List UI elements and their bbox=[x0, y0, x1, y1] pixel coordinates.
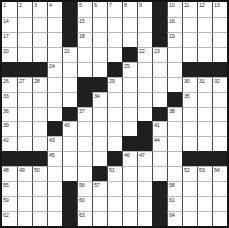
cell-r13c12[interactable]: 58 bbox=[167, 181, 182, 196]
crossword-board: 1234567891011121314151617181920212223242… bbox=[0, 0, 229, 228]
clue-number-10: 10 bbox=[169, 2, 175, 8]
cell-r5c11[interactable] bbox=[152, 62, 167, 77]
clue-number-1: 1 bbox=[3, 2, 6, 8]
cell-r10c8[interactable] bbox=[107, 136, 122, 151]
cell-r9c9[interactable] bbox=[122, 121, 137, 136]
clue-number-45: 45 bbox=[49, 152, 55, 158]
cell-r4c12[interactable] bbox=[167, 47, 182, 62]
clue-number-11: 11 bbox=[184, 2, 189, 8]
cell-r12c11[interactable] bbox=[152, 166, 167, 181]
black-cell-r6c7 bbox=[92, 77, 107, 92]
cell-r15c10[interactable] bbox=[137, 211, 152, 226]
cell-r4c11[interactable]: 23 bbox=[152, 47, 167, 62]
clue-number-30: 30 bbox=[184, 78, 190, 84]
cell-r3c12[interactable]: 19 bbox=[167, 32, 182, 47]
cell-r10c7[interactable] bbox=[92, 136, 107, 151]
cell-r10c12[interactable] bbox=[167, 136, 182, 151]
cell-r9c5[interactable]: 40 bbox=[62, 121, 77, 136]
cell-r2c8[interactable] bbox=[107, 17, 122, 32]
cell-r3c8[interactable] bbox=[107, 32, 122, 47]
cell-r7c13[interactable]: 35 bbox=[182, 92, 197, 107]
clue-number-53: 53 bbox=[199, 167, 205, 173]
cell-r13c3[interactable] bbox=[32, 181, 47, 196]
black-cell-r5c2 bbox=[17, 62, 32, 77]
clue-number-29: 29 bbox=[109, 78, 115, 84]
cell-r15c12[interactable]: 64 bbox=[167, 211, 182, 226]
cell-r15c13[interactable] bbox=[182, 211, 197, 226]
black-cell-r13c11 bbox=[152, 181, 167, 196]
cell-r1c12[interactable]: 10 bbox=[167, 2, 182, 17]
cell-r12c14[interactable]: 53 bbox=[197, 166, 212, 181]
clue-number-61: 61 bbox=[169, 197, 175, 203]
cell-r13c13[interactable] bbox=[182, 181, 197, 196]
cell-r12c1[interactable]: 48 bbox=[2, 166, 17, 181]
cell-r7c11[interactable] bbox=[152, 92, 167, 107]
clue-number-40: 40 bbox=[64, 122, 70, 128]
clue-number-64: 64 bbox=[169, 212, 175, 218]
black-cell-r9c10 bbox=[137, 121, 152, 136]
clue-number-42: 42 bbox=[3, 137, 9, 143]
clue-number-50: 50 bbox=[34, 167, 40, 173]
cell-r6c12[interactable] bbox=[167, 77, 182, 92]
clue-number-24: 24 bbox=[49, 63, 55, 69]
clue-number-15: 15 bbox=[79, 18, 85, 24]
cell-r12c15[interactable]: 54 bbox=[212, 166, 227, 181]
cell-r11c9[interactable]: 46 bbox=[122, 151, 137, 166]
clue-number-51: 51 bbox=[109, 167, 115, 173]
cell-r15c4[interactable] bbox=[47, 211, 62, 226]
clue-number-58: 58 bbox=[169, 182, 175, 188]
clue-number-57: 57 bbox=[94, 182, 100, 188]
cell-r7c15[interactable] bbox=[212, 92, 227, 107]
clue-number-63: 63 bbox=[79, 212, 85, 218]
cell-r8c3[interactable] bbox=[32, 107, 47, 122]
cell-r2c10[interactable] bbox=[137, 17, 152, 32]
cell-r14c12[interactable]: 61 bbox=[167, 196, 182, 211]
clue-number-6: 6 bbox=[94, 2, 97, 8]
black-cell-r9c4 bbox=[47, 121, 62, 136]
clue-number-38: 38 bbox=[169, 108, 175, 114]
clue-number-62: 62 bbox=[3, 212, 9, 218]
cell-r8c9[interactable] bbox=[122, 107, 137, 122]
clue-number-21: 21 bbox=[64, 48, 70, 54]
clue-number-26: 26 bbox=[3, 78, 9, 84]
cell-r14c8[interactable] bbox=[107, 196, 122, 211]
cell-r9c7[interactable] bbox=[92, 121, 107, 136]
clue-number-8: 8 bbox=[124, 2, 127, 8]
cell-r1c2[interactable]: 2 bbox=[17, 2, 32, 17]
cell-r9c13[interactable] bbox=[182, 121, 197, 136]
cell-r15c7[interactable] bbox=[92, 211, 107, 226]
cell-r9c1[interactable]: 39 bbox=[2, 121, 17, 136]
clue-number-36: 36 bbox=[3, 108, 9, 114]
clue-number-14: 14 bbox=[3, 18, 9, 24]
cell-r3c2[interactable] bbox=[17, 32, 32, 47]
cell-r11c6[interactable] bbox=[77, 151, 92, 166]
black-cell-r1c5 bbox=[62, 2, 77, 17]
cell-r3c13[interactable] bbox=[182, 32, 197, 47]
black-cell-r13c5 bbox=[62, 181, 77, 196]
cell-r5c7[interactable] bbox=[92, 62, 107, 77]
clue-number-23: 23 bbox=[154, 48, 160, 54]
cell-r15c15[interactable] bbox=[212, 211, 227, 226]
clue-number-7: 7 bbox=[109, 2, 112, 8]
cell-r10c15[interactable] bbox=[212, 136, 227, 151]
clue-number-59: 59 bbox=[3, 197, 9, 203]
black-cell-r6c6 bbox=[77, 77, 92, 92]
black-cell-r2c11 bbox=[152, 17, 167, 32]
cell-r14c9[interactable] bbox=[122, 196, 137, 211]
cell-r5c10[interactable] bbox=[137, 62, 152, 77]
cell-r11c10[interactable]: 47 bbox=[137, 151, 152, 166]
cell-r2c2[interactable] bbox=[17, 17, 32, 32]
cell-r4c1[interactable]: 20 bbox=[2, 47, 17, 62]
cell-r8c6[interactable]: 37 bbox=[77, 107, 92, 122]
cell-r5c9[interactable]: 25 bbox=[122, 62, 137, 77]
black-cell-r11c8 bbox=[107, 151, 122, 166]
cell-r2c13[interactable] bbox=[182, 17, 197, 32]
cell-r7c7[interactable]: 34 bbox=[92, 92, 107, 107]
cell-r9c3[interactable] bbox=[32, 121, 47, 136]
cell-r2c12[interactable]: 16 bbox=[167, 17, 182, 32]
cell-r6c9[interactable] bbox=[122, 77, 137, 92]
clue-number-37: 37 bbox=[79, 108, 85, 114]
clue-number-33: 33 bbox=[3, 93, 9, 99]
cell-r8c10[interactable] bbox=[137, 107, 152, 122]
cell-r4c4[interactable] bbox=[47, 47, 62, 62]
clue-number-31: 31 bbox=[199, 78, 205, 84]
black-cell-r5c14 bbox=[197, 62, 212, 77]
cell-r12c5[interactable] bbox=[62, 166, 77, 181]
black-cell-r11c1 bbox=[2, 151, 17, 166]
cell-r5c4[interactable]: 24 bbox=[47, 62, 62, 77]
cell-r4c6[interactable] bbox=[77, 47, 92, 62]
cell-r14c2[interactable] bbox=[17, 196, 32, 211]
cell-r3c10[interactable] bbox=[137, 32, 152, 47]
clue-number-3: 3 bbox=[34, 2, 37, 8]
clue-number-22: 22 bbox=[139, 48, 145, 54]
cell-r4c14[interactable] bbox=[197, 47, 212, 62]
cell-r4c2[interactable] bbox=[17, 47, 32, 62]
black-cell-r3c5 bbox=[62, 32, 77, 47]
clue-number-32: 32 bbox=[214, 78, 220, 84]
cell-r7c3[interactable] bbox=[32, 92, 47, 107]
cell-r3c15[interactable] bbox=[212, 32, 227, 47]
cell-r13c8[interactable] bbox=[107, 181, 122, 196]
cell-r15c3[interactable] bbox=[32, 211, 47, 226]
cell-r5c12[interactable] bbox=[167, 62, 182, 77]
black-cell-r15c11 bbox=[152, 211, 167, 226]
cell-r13c1[interactable]: 55 bbox=[2, 181, 17, 196]
cell-r2c9[interactable] bbox=[122, 17, 137, 32]
clue-number-5: 5 bbox=[79, 2, 82, 8]
cell-r2c15[interactable] bbox=[212, 17, 227, 32]
cell-r13c2[interactable] bbox=[17, 181, 32, 196]
cell-r4c15[interactable] bbox=[212, 47, 227, 62]
cell-r1c8[interactable]: 7 bbox=[107, 2, 122, 17]
cell-r12c3[interactable]: 50 bbox=[32, 166, 47, 181]
cell-r6c13[interactable]: 30 bbox=[182, 77, 197, 92]
cell-r13c9[interactable] bbox=[122, 181, 137, 196]
clue-number-49: 49 bbox=[19, 167, 25, 173]
cell-r1c1[interactable]: 1 bbox=[2, 2, 17, 17]
clue-number-60: 60 bbox=[79, 197, 85, 203]
clue-number-34: 34 bbox=[94, 93, 100, 99]
black-cell-r11c13 bbox=[182, 151, 197, 166]
black-cell-r3c11 bbox=[152, 32, 167, 47]
cell-r12c4[interactable] bbox=[47, 166, 62, 181]
cell-r9c14[interactable] bbox=[197, 121, 212, 136]
cell-r14c1[interactable]: 59 bbox=[2, 196, 17, 211]
cell-r6c14[interactable]: 31 bbox=[197, 77, 212, 92]
black-cell-r11c14 bbox=[197, 151, 212, 166]
cell-r7c14[interactable] bbox=[197, 92, 212, 107]
cell-r10c14[interactable] bbox=[197, 136, 212, 151]
cell-r8c14[interactable] bbox=[197, 107, 212, 122]
cell-r11c4[interactable]: 45 bbox=[47, 151, 62, 166]
cell-r10c1[interactable]: 42 bbox=[2, 136, 17, 151]
cell-r6c3[interactable]: 28 bbox=[32, 77, 47, 92]
cell-r2c6[interactable]: 15 bbox=[77, 17, 92, 32]
black-cell-r12c7 bbox=[92, 166, 107, 181]
clue-number-46: 46 bbox=[124, 152, 130, 158]
cell-r11c12[interactable] bbox=[167, 151, 182, 166]
cell-r5c5[interactable] bbox=[62, 62, 77, 77]
black-cell-r1c11 bbox=[152, 2, 167, 17]
cell-r2c4[interactable] bbox=[47, 17, 62, 32]
cell-r4c3[interactable] bbox=[32, 47, 47, 62]
cell-r1c9[interactable]: 8 bbox=[122, 2, 137, 17]
cell-r9c11[interactable]: 41 bbox=[152, 121, 167, 136]
cell-r6c11[interactable] bbox=[152, 77, 167, 92]
clue-number-16: 16 bbox=[169, 18, 175, 24]
black-cell-r5c8 bbox=[107, 62, 122, 77]
cell-r3c3[interactable] bbox=[32, 32, 47, 47]
clue-number-47: 47 bbox=[139, 152, 145, 158]
cell-r12c13[interactable]: 52 bbox=[182, 166, 197, 181]
cell-r1c14[interactable]: 12 bbox=[197, 2, 212, 17]
cell-r6c1[interactable]: 26 bbox=[2, 77, 17, 92]
cell-r15c1[interactable]: 62 bbox=[2, 211, 17, 226]
black-cell-r11c15 bbox=[212, 151, 227, 166]
clue-number-12: 12 bbox=[199, 2, 205, 8]
cell-r4c7[interactable] bbox=[92, 47, 107, 62]
cell-r14c10[interactable] bbox=[137, 196, 152, 211]
black-cell-r5c13 bbox=[182, 62, 197, 77]
black-cell-r8c5 bbox=[62, 107, 77, 122]
cell-r15c2[interactable] bbox=[17, 211, 32, 226]
cell-r9c8[interactable] bbox=[107, 121, 122, 136]
clue-number-20: 20 bbox=[3, 48, 9, 54]
clue-number-9: 9 bbox=[139, 2, 142, 8]
clue-number-43: 43 bbox=[49, 137, 55, 143]
cell-r9c15[interactable] bbox=[212, 121, 227, 136]
cell-r8c4[interactable] bbox=[47, 107, 62, 122]
cell-r7c10[interactable] bbox=[137, 92, 152, 107]
cell-r14c7[interactable] bbox=[92, 196, 107, 211]
cell-r8c1[interactable]: 36 bbox=[2, 107, 17, 122]
black-cell-r11c2 bbox=[17, 151, 32, 166]
cell-r7c5[interactable] bbox=[62, 92, 77, 107]
cell-r9c6[interactable] bbox=[77, 121, 92, 136]
black-cell-r4c9 bbox=[122, 47, 137, 62]
cell-r7c8[interactable] bbox=[107, 92, 122, 107]
cell-r8c8[interactable] bbox=[107, 107, 122, 122]
cell-r13c10[interactable] bbox=[137, 181, 152, 196]
clue-number-39: 39 bbox=[3, 122, 9, 128]
clue-number-13: 13 bbox=[214, 2, 220, 8]
black-cell-r7c6 bbox=[77, 92, 92, 107]
cell-r1c4[interactable]: 4 bbox=[47, 2, 62, 17]
cell-r6c15[interactable]: 32 bbox=[212, 77, 227, 92]
cell-r11c5[interactable] bbox=[62, 151, 77, 166]
cell-r3c4[interactable] bbox=[47, 32, 62, 47]
cell-r14c14[interactable] bbox=[197, 196, 212, 211]
black-cell-r14c5 bbox=[62, 196, 77, 211]
cell-r6c10[interactable] bbox=[137, 77, 152, 92]
cell-r3c14[interactable] bbox=[197, 32, 212, 47]
clue-number-27: 27 bbox=[19, 78, 25, 84]
cell-r9c2[interactable] bbox=[17, 121, 32, 136]
black-cell-r5c1 bbox=[2, 62, 17, 77]
cell-r1c7[interactable]: 6 bbox=[92, 2, 107, 17]
black-cell-r11c3 bbox=[32, 151, 47, 166]
cell-r8c13[interactable] bbox=[182, 107, 197, 122]
cell-r3c7[interactable] bbox=[92, 32, 107, 47]
clue-number-55: 55 bbox=[3, 182, 9, 188]
black-cell-r5c3 bbox=[32, 62, 47, 77]
cell-r6c4[interactable] bbox=[47, 77, 62, 92]
cell-r14c6[interactable]: 60 bbox=[77, 196, 92, 211]
cell-r8c7[interactable] bbox=[92, 107, 107, 122]
cell-r14c4[interactable] bbox=[47, 196, 62, 211]
clue-number-35: 35 bbox=[184, 93, 190, 99]
cell-r7c9[interactable] bbox=[122, 92, 137, 107]
cell-r10c5[interactable] bbox=[62, 136, 77, 151]
clue-number-56: 56 bbox=[79, 182, 85, 188]
cell-r14c13[interactable] bbox=[182, 196, 197, 211]
cell-r15c6[interactable]: 63 bbox=[77, 211, 92, 226]
cell-r10c11[interactable]: 44 bbox=[152, 136, 167, 151]
clue-number-44: 44 bbox=[154, 137, 160, 143]
black-cell-r10c10 bbox=[137, 136, 152, 151]
clue-number-2: 2 bbox=[19, 2, 22, 8]
cell-r2c1[interactable]: 14 bbox=[2, 17, 17, 32]
cell-r15c9[interactable] bbox=[122, 211, 137, 226]
clue-number-48: 48 bbox=[3, 167, 9, 173]
cell-r15c8[interactable] bbox=[107, 211, 122, 226]
cell-r13c4[interactable] bbox=[47, 181, 62, 196]
cell-r7c4[interactable] bbox=[47, 92, 62, 107]
cell-r14c3[interactable] bbox=[32, 196, 47, 211]
cell-r4c5[interactable]: 21 bbox=[62, 47, 77, 62]
cell-r1c3[interactable]: 3 bbox=[32, 2, 47, 17]
cell-r6c8[interactable]: 29 bbox=[107, 77, 122, 92]
black-cell-r15c5 bbox=[62, 211, 77, 226]
clue-number-4: 4 bbox=[49, 2, 52, 8]
cell-r12c12[interactable] bbox=[167, 166, 182, 181]
clue-number-18: 18 bbox=[79, 33, 85, 39]
cell-r10c4[interactable]: 43 bbox=[47, 136, 62, 151]
cell-r13c7[interactable]: 57 bbox=[92, 181, 107, 196]
cell-r5c6[interactable] bbox=[77, 62, 92, 77]
cell-r4c13[interactable] bbox=[182, 47, 197, 62]
clue-number-28: 28 bbox=[34, 78, 40, 84]
cell-r2c14[interactable] bbox=[197, 17, 212, 32]
cell-r1c10[interactable]: 9 bbox=[137, 2, 152, 17]
clue-number-54: 54 bbox=[214, 167, 220, 173]
clue-number-41: 41 bbox=[154, 122, 160, 128]
black-cell-r14c11 bbox=[152, 196, 167, 211]
clue-number-25: 25 bbox=[124, 63, 130, 69]
cell-r10c13[interactable] bbox=[182, 136, 197, 151]
black-cell-r7c12 bbox=[167, 92, 182, 107]
cell-r11c7[interactable] bbox=[92, 151, 107, 166]
cell-r13c14[interactable] bbox=[197, 181, 212, 196]
cell-r8c12[interactable]: 38 bbox=[167, 107, 182, 122]
cell-r8c2[interactable] bbox=[17, 107, 32, 122]
cell-r12c8[interactable]: 51 bbox=[107, 166, 122, 181]
cell-r12c10[interactable] bbox=[137, 166, 152, 181]
cell-r12c9[interactable] bbox=[122, 166, 137, 181]
cell-r8c15[interactable] bbox=[212, 107, 227, 122]
cell-r9c12[interactable] bbox=[167, 121, 182, 136]
black-cell-r5c15 bbox=[212, 62, 227, 77]
cell-r1c13[interactable]: 11 bbox=[182, 2, 197, 17]
cell-r13c15[interactable] bbox=[212, 181, 227, 196]
black-cell-r10c9 bbox=[122, 136, 137, 151]
cell-r3c6[interactable]: 18 bbox=[77, 32, 92, 47]
cell-r12c6[interactable] bbox=[77, 166, 92, 181]
cell-r1c6[interactable]: 5 bbox=[77, 2, 92, 17]
cell-r10c6[interactable] bbox=[77, 136, 92, 151]
cell-r1c15[interactable]: 13 bbox=[212, 2, 227, 17]
cell-r11c11[interactable] bbox=[152, 151, 167, 166]
cell-r12c2[interactable]: 49 bbox=[17, 166, 32, 181]
black-cell-r8c11 bbox=[152, 107, 167, 122]
cell-r15c14[interactable] bbox=[197, 211, 212, 226]
cell-r7c1[interactable]: 33 bbox=[2, 92, 17, 107]
cell-r6c2[interactable]: 27 bbox=[17, 77, 32, 92]
cell-r13c6[interactable]: 56 bbox=[77, 181, 92, 196]
clue-number-19: 19 bbox=[169, 33, 175, 39]
cell-r10c3[interactable] bbox=[32, 136, 47, 151]
clue-number-17: 17 bbox=[3, 33, 9, 39]
cell-r6c5[interactable] bbox=[62, 77, 77, 92]
cell-r2c3[interactable] bbox=[32, 17, 47, 32]
cell-r4c8[interactable] bbox=[107, 47, 122, 62]
clue-number-52: 52 bbox=[184, 167, 190, 173]
black-cell-r2c5 bbox=[62, 17, 77, 32]
cell-r4c10[interactable]: 22 bbox=[137, 47, 152, 62]
cell-r3c9[interactable] bbox=[122, 32, 137, 47]
cell-r7c2[interactable] bbox=[17, 92, 32, 107]
crossword-grid: 1234567891011121314151617181920212223242… bbox=[0, 0, 229, 228]
cell-r3c1[interactable]: 17 bbox=[2, 32, 17, 47]
cell-r2c7[interactable] bbox=[92, 17, 107, 32]
cell-r10c2[interactable] bbox=[17, 136, 32, 151]
cell-r14c15[interactable] bbox=[212, 196, 227, 211]
